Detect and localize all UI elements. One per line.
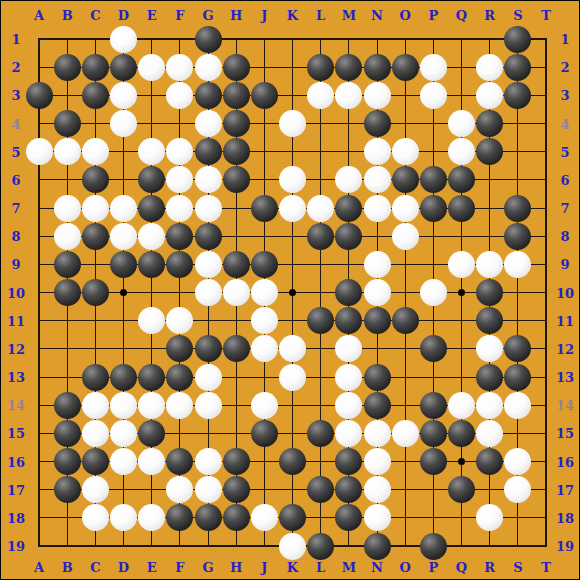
stone-black <box>392 54 419 81</box>
col-label-top-l: L <box>316 9 325 22</box>
stone-black <box>223 82 250 109</box>
stone-white <box>364 476 391 503</box>
stone-white <box>195 251 222 278</box>
stone-black <box>54 420 81 447</box>
stone-black <box>420 166 447 193</box>
row-label-right-11: 11 <box>556 314 574 327</box>
stone-white <box>251 279 278 306</box>
stone-white <box>392 420 419 447</box>
stone-black <box>420 420 447 447</box>
stone-white <box>110 223 137 250</box>
stone-black <box>82 448 109 475</box>
stone-black <box>223 476 250 503</box>
stone-black <box>307 54 334 81</box>
stone-white <box>335 420 362 447</box>
row-label-left-4: 4 <box>11 117 20 130</box>
stone-white <box>54 223 81 250</box>
col-label-bottom-d: D <box>118 561 129 574</box>
stone-black <box>54 476 81 503</box>
stone-white <box>195 110 222 137</box>
stone-black <box>195 138 222 165</box>
stone-black <box>110 364 137 391</box>
col-label-bottom-c: C <box>90 561 100 574</box>
stone-black <box>504 82 531 109</box>
row-label-right-10: 10 <box>556 286 574 299</box>
stone-white <box>26 138 53 165</box>
col-label-top-m: M <box>342 9 356 22</box>
stone-black <box>364 110 391 137</box>
stone-white <box>448 392 475 419</box>
stone-white <box>195 364 222 391</box>
stone-white <box>195 476 222 503</box>
col-label-top-q: Q <box>456 9 467 22</box>
stone-white <box>476 82 503 109</box>
row-label-left-18: 18 <box>7 511 25 524</box>
stone-white <box>476 251 503 278</box>
stone-white <box>335 364 362 391</box>
stone-white <box>138 448 165 475</box>
stone-black <box>335 54 362 81</box>
stone-white <box>307 195 334 222</box>
stone-black <box>223 54 250 81</box>
stone-white <box>279 364 306 391</box>
stone-black <box>448 476 475 503</box>
stone-white <box>364 138 391 165</box>
row-label-left-6: 6 <box>11 173 20 186</box>
stone-black <box>504 223 531 250</box>
col-label-top-e: E <box>147 9 157 22</box>
row-label-left-11: 11 <box>7 314 25 327</box>
stone-black <box>166 251 193 278</box>
stone-black <box>54 448 81 475</box>
row-label-right-16: 16 <box>556 455 574 468</box>
stone-black <box>223 166 250 193</box>
stone-black <box>195 335 222 362</box>
col-label-top-o: O <box>399 9 410 22</box>
col-label-bottom-k: K <box>287 561 298 574</box>
stone-black <box>251 251 278 278</box>
stone-black <box>420 448 447 475</box>
stone-white <box>195 195 222 222</box>
stone-white <box>54 195 81 222</box>
stone-black <box>504 54 531 81</box>
row-label-left-8: 8 <box>11 230 20 243</box>
stone-black <box>392 166 419 193</box>
stone-black <box>223 138 250 165</box>
go-board[interactable]: AABBCCDDEEFFGGHHJJKKLLMMNNOOPPQQRRSSTT11… <box>1 1 580 580</box>
star-point-q16 <box>458 458 465 465</box>
stone-black <box>504 26 531 53</box>
stone-black <box>448 195 475 222</box>
row-label-left-1: 1 <box>11 33 20 46</box>
row-label-right-8: 8 <box>560 230 569 243</box>
col-label-bottom-r: R <box>484 561 495 574</box>
stone-white <box>110 392 137 419</box>
row-label-left-16: 16 <box>7 455 25 468</box>
col-label-bottom-o: O <box>399 561 410 574</box>
row-label-left-14: 14 <box>7 399 25 412</box>
stone-white <box>195 392 222 419</box>
star-point-k10 <box>289 289 296 296</box>
stone-black <box>420 195 447 222</box>
col-label-top-b: B <box>62 9 73 22</box>
stone-black <box>26 82 53 109</box>
stone-black <box>420 335 447 362</box>
stone-white <box>110 110 137 137</box>
stone-white <box>476 420 503 447</box>
col-label-bottom-s: S <box>513 561 522 574</box>
stone-white <box>138 392 165 419</box>
stone-black <box>110 54 137 81</box>
col-label-top-h: H <box>230 9 242 22</box>
stone-white <box>392 195 419 222</box>
stone-black <box>335 195 362 222</box>
row-label-right-7: 7 <box>560 202 569 215</box>
col-label-bottom-p: P <box>428 561 438 574</box>
row-label-right-19: 19 <box>556 540 574 553</box>
col-label-top-p: P <box>428 9 438 22</box>
col-label-bottom-j: J <box>261 561 267 574</box>
stone-black <box>166 364 193 391</box>
stone-black <box>223 448 250 475</box>
stone-black <box>251 82 278 109</box>
stone-black <box>223 504 250 531</box>
stone-white <box>166 392 193 419</box>
col-label-bottom-a: A <box>34 561 44 574</box>
stone-white <box>195 448 222 475</box>
row-label-right-12: 12 <box>556 342 574 355</box>
stone-black <box>364 364 391 391</box>
stone-black <box>476 448 503 475</box>
stone-white <box>54 138 81 165</box>
stone-white <box>420 279 447 306</box>
stone-black <box>251 420 278 447</box>
row-label-left-9: 9 <box>11 258 20 271</box>
stone-white <box>82 420 109 447</box>
stone-black <box>476 110 503 137</box>
col-label-top-d: D <box>118 9 129 22</box>
stone-black <box>138 251 165 278</box>
row-label-left-13: 13 <box>7 371 25 384</box>
stone-white <box>504 392 531 419</box>
stone-black <box>476 279 503 306</box>
row-label-right-15: 15 <box>556 427 574 440</box>
stone-white <box>82 504 109 531</box>
row-label-left-15: 15 <box>7 427 25 440</box>
stone-white <box>335 82 362 109</box>
stone-white <box>448 251 475 278</box>
stone-white <box>138 223 165 250</box>
stone-black <box>138 420 165 447</box>
stone-white <box>504 251 531 278</box>
stone-black <box>54 392 81 419</box>
stone-white <box>364 448 391 475</box>
stone-black <box>223 335 250 362</box>
stone-black <box>82 364 109 391</box>
stone-white <box>364 82 391 109</box>
stone-black <box>392 307 419 334</box>
stone-white <box>364 504 391 531</box>
stone-white <box>279 195 306 222</box>
stone-black <box>364 54 391 81</box>
stone-black <box>504 195 531 222</box>
stone-black <box>138 195 165 222</box>
stone-white <box>420 54 447 81</box>
col-label-top-f: F <box>175 9 184 22</box>
stone-white <box>195 166 222 193</box>
stone-black <box>138 364 165 391</box>
col-label-bottom-n: N <box>371 561 383 574</box>
col-label-bottom-l: L <box>316 561 325 574</box>
stone-white <box>223 279 250 306</box>
col-label-top-a: A <box>34 9 44 22</box>
stone-white <box>110 420 137 447</box>
stone-white <box>166 82 193 109</box>
stone-white <box>110 448 137 475</box>
stone-black <box>82 82 109 109</box>
stone-white <box>392 223 419 250</box>
stone-black <box>504 364 531 391</box>
row-label-right-5: 5 <box>560 145 569 158</box>
col-label-bottom-f: F <box>175 561 184 574</box>
row-label-left-10: 10 <box>7 286 25 299</box>
stone-white <box>279 110 306 137</box>
stone-black <box>364 533 391 560</box>
stone-white <box>110 26 137 53</box>
col-label-top-t: T <box>541 9 551 22</box>
stone-black <box>223 110 250 137</box>
row-label-left-7: 7 <box>11 202 20 215</box>
stone-black <box>195 26 222 53</box>
stone-white <box>82 138 109 165</box>
stone-black <box>54 110 81 137</box>
col-label-top-r: R <box>484 9 495 22</box>
stone-black <box>82 166 109 193</box>
stone-white <box>82 476 109 503</box>
stone-white <box>251 307 278 334</box>
stone-black <box>54 279 81 306</box>
stone-white <box>476 54 503 81</box>
stone-white <box>364 279 391 306</box>
stone-black <box>54 54 81 81</box>
stone-black <box>110 251 137 278</box>
row-label-left-2: 2 <box>11 61 20 74</box>
stone-white <box>364 195 391 222</box>
col-label-bottom-t: T <box>541 561 551 574</box>
stone-black <box>195 82 222 109</box>
stone-white <box>364 420 391 447</box>
stone-white <box>476 392 503 419</box>
col-label-top-c: C <box>90 9 100 22</box>
stone-white <box>279 533 306 560</box>
row-label-right-4: 4 <box>560 117 569 130</box>
stone-white <box>82 392 109 419</box>
stone-black <box>476 364 503 391</box>
stone-white <box>335 392 362 419</box>
stone-white <box>195 279 222 306</box>
col-label-bottom-m: M <box>342 561 356 574</box>
stone-black <box>54 251 81 278</box>
stone-white <box>364 166 391 193</box>
stone-black <box>279 448 306 475</box>
stone-white <box>110 195 137 222</box>
row-label-left-12: 12 <box>7 342 25 355</box>
col-label-bottom-b: B <box>62 561 73 574</box>
col-label-bottom-q: Q <box>456 561 467 574</box>
row-label-right-1: 1 <box>560 33 569 46</box>
stone-black <box>223 251 250 278</box>
row-label-left-17: 17 <box>7 483 25 496</box>
stone-white <box>166 54 193 81</box>
stone-white <box>307 82 334 109</box>
stone-white <box>448 110 475 137</box>
stone-black <box>335 223 362 250</box>
row-label-right-6: 6 <box>560 173 569 186</box>
row-label-right-2: 2 <box>560 61 569 74</box>
row-label-right-13: 13 <box>556 371 574 384</box>
col-label-top-s: S <box>513 9 522 22</box>
col-label-bottom-h: H <box>230 561 242 574</box>
stone-black <box>307 533 334 560</box>
col-label-top-k: K <box>287 9 298 22</box>
stone-white <box>195 54 222 81</box>
row-label-right-9: 9 <box>560 258 569 271</box>
row-label-left-3: 3 <box>11 89 20 102</box>
star-point-d10 <box>120 289 127 296</box>
stone-black <box>166 223 193 250</box>
stone-black <box>420 392 447 419</box>
stone-white <box>251 335 278 362</box>
stone-white <box>110 82 137 109</box>
star-point-q10 <box>458 289 465 296</box>
stone-black <box>195 223 222 250</box>
stone-white <box>138 54 165 81</box>
stone-white <box>82 195 109 222</box>
col-label-bottom-g: G <box>202 561 213 574</box>
row-label-right-18: 18 <box>556 511 574 524</box>
stone-white <box>392 138 419 165</box>
stone-white <box>420 82 447 109</box>
stone-white <box>448 138 475 165</box>
col-label-top-n: N <box>371 9 383 22</box>
stone-black <box>448 420 475 447</box>
stone-white <box>251 392 278 419</box>
stone-black <box>251 195 278 222</box>
stone-black <box>82 54 109 81</box>
stone-white <box>251 504 278 531</box>
stone-black <box>195 504 222 531</box>
go-board-screenshot: AABBCCDDEEFFGGHHJJKKLLMMNNOOPPQQRRSSTT11… <box>0 0 580 580</box>
stone-black <box>307 420 334 447</box>
stone-black <box>307 223 334 250</box>
row-label-right-17: 17 <box>556 483 574 496</box>
row-label-right-3: 3 <box>560 89 569 102</box>
col-label-top-g: G <box>202 9 213 22</box>
stone-black <box>420 533 447 560</box>
stone-white <box>364 251 391 278</box>
stone-black <box>364 307 391 334</box>
stone-white <box>166 195 193 222</box>
stone-black <box>364 392 391 419</box>
col-label-top-j: J <box>261 9 267 22</box>
row-label-right-14: 14 <box>556 399 574 412</box>
col-label-bottom-e: E <box>147 561 157 574</box>
stone-black <box>82 223 109 250</box>
row-label-left-19: 19 <box>7 540 25 553</box>
row-label-left-5: 5 <box>11 145 20 158</box>
stone-black <box>82 279 109 306</box>
